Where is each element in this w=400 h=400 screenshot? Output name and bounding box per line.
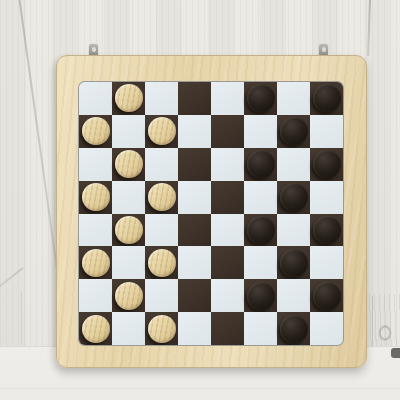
dark-checker-piece[interactable] xyxy=(280,117,308,145)
dark-checker-piece[interactable] xyxy=(280,183,308,211)
floor-seam-line xyxy=(0,388,400,389)
board-square[interactable] xyxy=(145,181,178,214)
board-square[interactable] xyxy=(145,214,178,247)
board-square[interactable] xyxy=(277,279,310,312)
board-square[interactable] xyxy=(79,246,112,279)
dark-checker-piece[interactable] xyxy=(280,249,308,277)
board-square[interactable] xyxy=(178,312,211,345)
dark-checker-piece[interactable] xyxy=(313,216,341,244)
edge-dark-mark xyxy=(391,348,400,358)
dark-checker-piece[interactable] xyxy=(313,84,341,112)
board-square[interactable] xyxy=(79,115,112,148)
board-square[interactable] xyxy=(79,181,112,214)
board-square[interactable] xyxy=(211,312,244,345)
board-square[interactable] xyxy=(178,82,211,115)
board-square[interactable] xyxy=(112,82,145,115)
light-checker-piece[interactable] xyxy=(148,117,176,145)
board-square[interactable] xyxy=(244,115,277,148)
dark-checker-piece[interactable] xyxy=(313,282,341,310)
wall-plank-seam-left-lower xyxy=(21,292,22,346)
board-square[interactable] xyxy=(310,181,343,214)
board-square[interactable] xyxy=(178,148,211,181)
board-square[interactable] xyxy=(277,148,310,181)
board-grid xyxy=(79,82,343,345)
light-checker-piece[interactable] xyxy=(82,117,110,145)
board-square[interactable] xyxy=(310,279,343,312)
light-checker-piece[interactable] xyxy=(82,315,110,343)
board-square[interactable] xyxy=(178,115,211,148)
board-square[interactable] xyxy=(310,246,343,279)
board-square[interactable] xyxy=(277,181,310,214)
board-square[interactable] xyxy=(310,148,343,181)
photo-scene xyxy=(0,0,400,400)
board-square[interactable] xyxy=(79,214,112,247)
board-square[interactable] xyxy=(145,148,178,181)
board-square[interactable] xyxy=(244,181,277,214)
board-square[interactable] xyxy=(178,279,211,312)
board-square[interactable] xyxy=(79,312,112,345)
board-square[interactable] xyxy=(310,312,343,345)
board-square[interactable] xyxy=(244,214,277,247)
board-square[interactable] xyxy=(145,82,178,115)
light-checker-piece[interactable] xyxy=(115,150,143,178)
board-square[interactable] xyxy=(310,82,343,115)
board-square[interactable] xyxy=(277,214,310,247)
dark-checker-piece[interactable] xyxy=(313,150,341,178)
board-square[interactable] xyxy=(211,246,244,279)
board-square[interactable] xyxy=(145,312,178,345)
board-square[interactable] xyxy=(211,279,244,312)
light-checker-piece[interactable] xyxy=(82,249,110,277)
board-square[interactable] xyxy=(79,279,112,312)
dark-checker-piece[interactable] xyxy=(247,282,275,310)
board-square[interactable] xyxy=(178,246,211,279)
board-square[interactable] xyxy=(112,312,145,345)
board-square[interactable] xyxy=(112,279,145,312)
board-square[interactable] xyxy=(277,312,310,345)
board-square[interactable] xyxy=(211,115,244,148)
board-square[interactable] xyxy=(277,115,310,148)
board-square[interactable] xyxy=(244,82,277,115)
light-checker-piece[interactable] xyxy=(148,315,176,343)
light-checker-piece[interactable] xyxy=(148,249,176,277)
board-square[interactable] xyxy=(211,181,244,214)
dark-checker-piece[interactable] xyxy=(247,150,275,178)
board-square[interactable] xyxy=(145,246,178,279)
wall-wood-knot xyxy=(376,322,394,344)
board-square[interactable] xyxy=(211,82,244,115)
board-square[interactable] xyxy=(211,214,244,247)
board-square[interactable] xyxy=(244,279,277,312)
board-square[interactable] xyxy=(178,214,211,247)
checkers-board xyxy=(56,55,367,368)
board-square[interactable] xyxy=(112,115,145,148)
board-square[interactable] xyxy=(79,82,112,115)
light-checker-piece[interactable] xyxy=(115,84,143,112)
board-square[interactable] xyxy=(178,181,211,214)
board-square[interactable] xyxy=(112,214,145,247)
board-square[interactable] xyxy=(277,246,310,279)
board-square[interactable] xyxy=(244,246,277,279)
dark-checker-piece[interactable] xyxy=(247,84,275,112)
light-checker-piece[interactable] xyxy=(148,183,176,211)
light-checker-piece[interactable] xyxy=(115,216,143,244)
board-playing-area xyxy=(78,81,344,346)
light-checker-piece[interactable] xyxy=(82,183,110,211)
board-square[interactable] xyxy=(244,312,277,345)
board-square[interactable] xyxy=(112,148,145,181)
light-checker-piece[interactable] xyxy=(115,282,143,310)
board-square[interactable] xyxy=(277,82,310,115)
board-square[interactable] xyxy=(145,115,178,148)
board-square[interactable] xyxy=(112,246,145,279)
dark-checker-piece[interactable] xyxy=(280,315,308,343)
board-square[interactable] xyxy=(211,148,244,181)
board-square[interactable] xyxy=(310,214,343,247)
board-square[interactable] xyxy=(79,148,112,181)
dark-checker-piece[interactable] xyxy=(247,216,275,244)
board-square[interactable] xyxy=(244,148,277,181)
board-square[interactable] xyxy=(310,115,343,148)
board-square[interactable] xyxy=(112,181,145,214)
board-square[interactable] xyxy=(145,279,178,312)
